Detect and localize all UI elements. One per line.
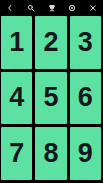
game-overlay-toolbar <box>0 0 103 15</box>
tile-1[interactable]: 1 <box>1 16 32 69</box>
trophy-icon[interactable] <box>48 4 56 12</box>
tile-9[interactable]: 9 <box>70 127 101 180</box>
app-screen: 1 2 3 4 5 6 7 8 9 <box>0 0 103 183</box>
close-icon[interactable] <box>89 4 97 12</box>
tile-8[interactable]: 8 <box>35 127 66 180</box>
record-icon[interactable] <box>68 4 76 12</box>
tile-6[interactable]: 6 <box>70 72 101 125</box>
tile-7[interactable]: 7 <box>1 127 32 180</box>
search-icon[interactable] <box>27 4 35 12</box>
tile-3[interactable]: 3 <box>70 16 101 69</box>
tile-2[interactable]: 2 <box>35 16 66 69</box>
tile-4[interactable]: 4 <box>1 72 32 125</box>
tile-5[interactable]: 5 <box>35 72 66 125</box>
back-chevron-icon[interactable] <box>6 4 14 12</box>
number-grid-board: 1 2 3 4 5 6 7 8 9 <box>0 15 103 183</box>
